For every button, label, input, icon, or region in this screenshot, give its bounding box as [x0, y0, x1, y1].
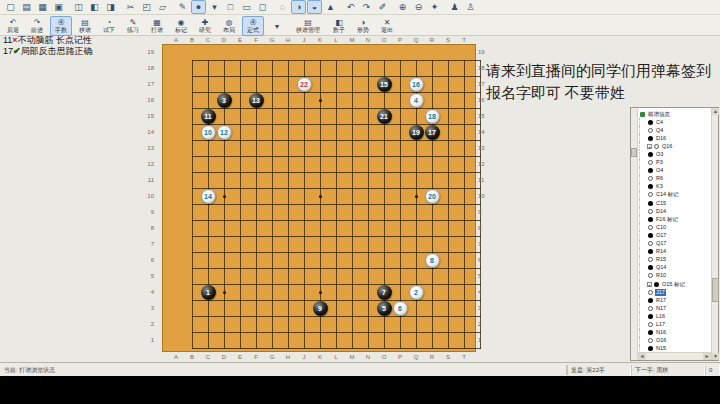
- tree-move-item[interactable]: R14: [639, 248, 710, 256]
- top-coordinate-label: B: [187, 37, 197, 43]
- scroll-up-icon[interactable]: ▲: [712, 108, 719, 115]
- tree-move-item[interactable]: R6: [639, 175, 710, 183]
- scroll-right-icon[interactable]: ►: [703, 353, 711, 360]
- right-coordinate-label: 5: [478, 273, 486, 279]
- save-board-icon[interactable]: ◨: [103, 0, 118, 14]
- tree-item-label: C4: [655, 119, 664, 126]
- tree-move-item[interactable]: L17: [639, 320, 710, 328]
- cut-icon[interactable]: ✂: [123, 0, 138, 14]
- game-record-button[interactable]: ▤棋谱: [74, 16, 96, 36]
- tree-item-label: Q16: [661, 143, 673, 150]
- new-file-icon[interactable]: ▢: [3, 0, 18, 14]
- try-move-button-icon: ◔: [107, 18, 112, 27]
- bottom-coordinate-label: Q: [411, 354, 421, 360]
- move-numbers-button[interactable]: ④手数: [50, 16, 72, 36]
- star-mark-icon[interactable]: ✦: [427, 0, 442, 14]
- right-coordinate-label: 10: [478, 193, 486, 199]
- bottom-coordinate-label: B: [187, 354, 197, 360]
- tree-item-label: Q14: [655, 264, 667, 271]
- mark-button-label: 标记: [175, 27, 187, 34]
- exit-button-icon: ✕: [384, 18, 391, 27]
- tree-move-item[interactable]: D16: [639, 134, 710, 142]
- tree-move-item[interactable]: K3: [639, 183, 710, 191]
- main-toolbar: ▢▤▦▣◫◧◨✂◰▱✎●▾□▭◻◌◑◒▲↶↷✐⊕⊖✦♟♙: [0, 0, 720, 15]
- status-move-cell: 复盘: 第22手: [567, 365, 631, 375]
- tree-indent: [639, 304, 647, 312]
- black-stone-icon: [648, 233, 653, 238]
- bottom-coordinate-label: P: [395, 354, 405, 360]
- top-coordinate-label: J: [299, 37, 309, 43]
- tree-item-label: R6: [655, 175, 664, 182]
- right-coordinate-label: 16: [478, 97, 486, 103]
- message-line-2: 报名字即可 不要带姓: [486, 82, 718, 104]
- vertical-scroll-thumb[interactable]: [712, 278, 719, 302]
- scroll-left-icon[interactable]: ◄: [638, 353, 646, 360]
- step-back-button-icon: ↶: [10, 18, 17, 27]
- estimate-button-label: 形势: [357, 27, 369, 34]
- left-coordinate-label: 1: [146, 337, 154, 343]
- bottom-coordinate-label: H: [283, 354, 293, 360]
- tree-indent: [639, 175, 647, 183]
- print-icon[interactable]: ▣: [51, 0, 66, 14]
- black-stone-F16[interactable]: 13: [249, 93, 264, 108]
- top-coordinate-label: K: [315, 37, 325, 43]
- right-coordinate-label: 17: [478, 81, 486, 87]
- horizontal-scrollbar[interactable]: ◄ ►: [638, 352, 711, 360]
- opening-button[interactable]: ◍布局: [218, 16, 240, 36]
- star-point: [415, 195, 418, 198]
- tree-indent: [639, 288, 647, 296]
- tree-move-item[interactable]: Q17: [639, 240, 710, 248]
- stone-tool-icon[interactable]: ●: [191, 0, 206, 14]
- white-stone-icon: [648, 128, 653, 133]
- left-coordinate-label: 7: [146, 241, 154, 247]
- white-stone-icon: [648, 241, 653, 246]
- right-coordinate-label: 11: [478, 177, 486, 183]
- white-stone-D14[interactable]: 12: [217, 125, 232, 140]
- tree-move-item[interactable]: C15: [639, 199, 710, 207]
- teacher-annotations: 11×不动脑筋 长点记性 17✔局部反击思路正确: [3, 35, 158, 57]
- replay-button-icon: ▦: [153, 18, 161, 27]
- annotation-text: 不动脑筋 长点记性: [18, 35, 93, 45]
- vertical-scrollbar[interactable]: ▲ ▼: [711, 108, 718, 360]
- white-stone-icon: [648, 225, 653, 230]
- count-button-icon: ◧: [335, 18, 343, 27]
- tree-move-item[interactable]: O3: [639, 150, 710, 158]
- left-coordinate-label: 6: [146, 257, 154, 263]
- bottom-coordinate-label: T: [459, 354, 469, 360]
- tree-indent: [639, 199, 647, 207]
- record-manager-button[interactable]: ▤棋谱管理: [290, 16, 326, 36]
- white-stone-icon: [648, 209, 653, 214]
- tree-indent: [639, 142, 647, 150]
- bottom-coordinate-label: O: [379, 354, 389, 360]
- board-grid: [192, 60, 481, 349]
- expand-icon[interactable]: +: [647, 144, 652, 149]
- panel-splitter[interactable]: [631, 108, 638, 360]
- tree-item-label: J17: [655, 289, 666, 296]
- top-coordinate-label: G: [267, 37, 277, 43]
- left-coordinate-label: 10: [146, 193, 154, 199]
- tree-indent: [639, 207, 647, 215]
- tree-item-label: C14 标记: [655, 191, 680, 198]
- top-coordinate-label: A: [171, 37, 181, 43]
- left-coordinate-label: 5: [146, 273, 154, 279]
- bottom-coordinate-label: E: [235, 354, 245, 360]
- scroll-down-icon[interactable]: ▼: [712, 353, 719, 360]
- tree-indent: [639, 126, 647, 134]
- left-coordinate-label: 11: [146, 177, 154, 183]
- tree-indent: [639, 183, 647, 191]
- tree-item-label: R14: [655, 248, 667, 255]
- black-stone-icon: [654, 282, 659, 287]
- white-stone-R6[interactable]: 8: [425, 253, 440, 268]
- game-record-button-label: 棋谱: [79, 27, 91, 34]
- tree-move-item[interactable]: L16: [639, 312, 710, 320]
- bottom-coordinate-label: C: [203, 354, 213, 360]
- practice-button-label: 练习: [127, 27, 139, 34]
- status-next-cell: 下一手: 黑棋: [631, 365, 705, 375]
- black-stone-D16[interactable]: 3: [217, 93, 232, 108]
- tree-move-item[interactable]: Q4: [639, 126, 710, 134]
- more-dropdown-button-icon: ▾: [275, 22, 279, 31]
- tree-indent: [639, 118, 647, 126]
- white-stone-Q16[interactable]: 4: [409, 93, 424, 108]
- tree-indent: [639, 223, 647, 231]
- swap-color-icon[interactable]: ◑: [291, 0, 306, 14]
- tree-item-label: F16 标记: [655, 216, 679, 223]
- move-numbers-button-label: 手数: [55, 27, 67, 34]
- try-move-button-label: 试下: [103, 27, 115, 34]
- tree-move-item[interactable]: N17: [639, 304, 710, 312]
- star-point: [223, 195, 226, 198]
- practice-button[interactable]: ✎练习: [122, 16, 144, 36]
- black-stone-icon: [648, 346, 653, 351]
- top-coordinate-label: C: [203, 37, 213, 43]
- tree-indent: [639, 320, 647, 328]
- tree-item-label: Q4: [655, 127, 664, 134]
- tree-indent: [639, 345, 647, 351]
- opening-button-label: 布局: [223, 27, 235, 34]
- tree-item-label: L16: [655, 313, 666, 320]
- study-button-icon: ✚: [202, 18, 209, 27]
- copy-icon[interactable]: ◰: [139, 0, 154, 14]
- tree-move-item[interactable]: C10: [639, 223, 710, 231]
- tree-item-label: O17: [655, 232, 667, 239]
- joseki-button-icon: ④: [249, 18, 256, 27]
- tree-move-item[interactable]: +Q16: [639, 142, 710, 150]
- tree-item-label: O15 标记: [661, 281, 686, 288]
- open-file-icon[interactable]: ▤: [19, 0, 34, 14]
- black-stone-icon: [648, 184, 653, 189]
- top-coordinate-label: D: [219, 37, 229, 43]
- bottom-coordinate-label: F: [251, 354, 261, 360]
- tree-item-label: 棋谱信息: [647, 111, 671, 118]
- pen-icon[interactable]: ✐: [375, 0, 390, 14]
- annotation-line-1: 11×不动脑筋 长点记性: [3, 35, 158, 46]
- tree-item-label: O16: [655, 337, 667, 344]
- black-stone-icon: [648, 314, 653, 319]
- top-coordinate-label: M: [347, 37, 357, 43]
- bottom-coordinate-label: R: [427, 354, 437, 360]
- tree-item-label: R17: [655, 297, 667, 304]
- tree-item-label: L17: [655, 321, 666, 328]
- white-stone-C14[interactable]: 10: [201, 125, 216, 140]
- black-stone-R14[interactable]: 17: [425, 125, 440, 140]
- move-numbers-button-icon: ④: [57, 18, 64, 27]
- tree-item-label: D14: [655, 208, 667, 215]
- go-board[interactable]: AABBCCDDEEFFGGHHJJKKLLMMNNOOPPQQRRSSTT11…: [146, 36, 486, 362]
- study-button[interactable]: ✚研究: [194, 16, 216, 36]
- left-coordinate-label: 3: [146, 305, 154, 311]
- tree-move-item[interactable]: Q14: [639, 264, 710, 272]
- right-coordinate-label: 4: [478, 289, 486, 295]
- white-stone-icon: [648, 306, 653, 311]
- tree-move-item[interactable]: C4: [639, 118, 710, 126]
- white-stone-icon: [654, 144, 659, 149]
- tree-indent: [639, 215, 647, 223]
- mark-button[interactable]: ◉标记: [170, 16, 192, 36]
- tree-move-item[interactable]: F16 标记: [639, 215, 710, 223]
- bottom-coordinate-label: G: [267, 354, 277, 360]
- joseki-button-label: 定式: [247, 27, 259, 34]
- left-coordinate-label: 18: [146, 65, 154, 71]
- count-button-label: 数子: [333, 27, 345, 34]
- practice-button-icon: ✎: [130, 18, 137, 27]
- right-coordinate-label: 12: [478, 161, 486, 167]
- left-coordinate-label: 12: [146, 161, 154, 167]
- tree-move-item[interactable]: D14: [639, 207, 710, 215]
- tree-move-item[interactable]: C14 标记: [639, 191, 710, 199]
- top-coordinate-label: S: [443, 37, 453, 43]
- white-stone-icon: [648, 257, 653, 262]
- top-coordinate-label: H: [283, 37, 293, 43]
- flip-stone-icon[interactable]: ◒: [307, 0, 322, 14]
- lecture-message: 请来到直播间的同学们用弹幕签到 报名字即可 不要带姓: [486, 60, 718, 104]
- annotation-move-number: 17: [3, 46, 13, 56]
- redo-icon[interactable]: ↷: [359, 0, 374, 14]
- tree-indent: [639, 159, 647, 167]
- open-board-icon[interactable]: ◧: [87, 0, 102, 14]
- root-node-icon: [640, 112, 645, 117]
- white-stone-icon: [648, 338, 653, 343]
- replay-button-label: 打谱: [151, 27, 163, 34]
- black-stone-icon: [648, 201, 653, 206]
- bottom-coordinate-label: M: [347, 354, 357, 360]
- tree-item-label: O4: [655, 167, 664, 174]
- black-stone-icon: [648, 152, 653, 157]
- right-coordinate-label: 3: [478, 305, 486, 311]
- black-stone-Q14[interactable]: 19: [409, 125, 424, 140]
- try-move-button[interactable]: ◔试下: [98, 16, 120, 36]
- record-manager-button-label: 棋谱管理: [296, 27, 320, 34]
- black-stone-icon: [648, 217, 653, 222]
- mark-button-icon: ◉: [178, 18, 185, 27]
- annotation-move-number: 11: [3, 35, 12, 45]
- left-coordinate-label: 4: [146, 289, 154, 295]
- top-coordinate-label: E: [235, 37, 245, 43]
- annotation-text: 局部反击思路正确: [21, 46, 93, 56]
- tree-indent: [639, 248, 647, 256]
- step-back-button-label: 后退: [7, 27, 19, 34]
- black-stone-O17[interactable]: 15: [377, 77, 392, 92]
- tree-move-item[interactable]: N16: [639, 329, 710, 337]
- white-stone-J17[interactable]: 22: [297, 77, 312, 92]
- remove-stone-icon[interactable]: ⊖: [411, 0, 426, 14]
- white-stone-P3[interactable]: 6: [393, 301, 408, 316]
- tree-item-label: R10: [655, 272, 667, 279]
- right-coordinate-label: 18: [478, 65, 486, 71]
- circle-mark-icon[interactable]: ◌: [275, 0, 290, 14]
- right-coordinate-label: 9: [478, 209, 486, 215]
- white-stone-Q4[interactable]: 2: [409, 285, 424, 300]
- tree-indent: [639, 150, 647, 158]
- check-mark-icon: ✔: [13, 46, 21, 56]
- estimate-button[interactable]: ◑形势: [352, 16, 374, 36]
- tree-item-label: P3: [655, 159, 664, 166]
- bottom-black-band: [0, 376, 720, 404]
- white-stone-R15[interactable]: 18: [425, 109, 440, 124]
- splitter-thumb[interactable]: [631, 148, 637, 157]
- zone-icon[interactable]: ◻: [255, 0, 270, 14]
- joseki-button[interactable]: ④定式: [242, 16, 264, 36]
- top-coordinate-label: F: [251, 37, 261, 43]
- right-coordinate-label: 1: [478, 337, 486, 343]
- top-coordinate-label: R: [427, 37, 437, 43]
- tree-move-item[interactable]: O17: [639, 231, 710, 239]
- tree-indent: [639, 191, 647, 199]
- paste-icon[interactable]: ▱: [155, 0, 170, 14]
- star-point: [319, 99, 322, 102]
- white-stone-R10[interactable]: 20: [425, 189, 440, 204]
- white-stone-icon: [648, 176, 653, 181]
- bottom-coordinate-label: L: [331, 354, 341, 360]
- top-coordinate-label: N: [363, 37, 373, 43]
- left-coordinate-label: 14: [146, 129, 154, 135]
- expand-icon[interactable]: +: [647, 282, 652, 287]
- count-button[interactable]: ◧数子: [328, 16, 350, 36]
- tree-indent: [639, 280, 647, 288]
- tree-indent: [639, 167, 647, 175]
- tree-indent: [639, 337, 647, 345]
- step-back-button[interactable]: ↶后退: [2, 16, 24, 36]
- study-button-label: 研究: [199, 27, 211, 34]
- new-board-icon[interactable]: ◫: [71, 0, 86, 14]
- top-coordinate-label: L: [331, 37, 341, 43]
- black-stone-O15[interactable]: 21: [377, 109, 392, 124]
- step-forward-button-label: 前进: [31, 27, 43, 34]
- tree-item-label: Q17: [655, 240, 667, 247]
- undo-icon[interactable]: ↶: [343, 0, 358, 14]
- status-message: 当前: 打谱浏览状态: [0, 365, 567, 375]
- tree-move-item[interactable]: P3: [639, 159, 710, 167]
- star-point: [319, 291, 322, 294]
- white-stone-icon: [648, 322, 653, 327]
- black-stone-O3[interactable]: 5: [377, 301, 392, 316]
- top-coordinate-label: P: [395, 37, 405, 43]
- white-stone-Q17[interactable]: 16: [409, 77, 424, 92]
- bottom-coordinate-label: A: [171, 354, 181, 360]
- tree-indent: [639, 264, 647, 272]
- more-dropdown-button[interactable]: ▾: [266, 16, 288, 36]
- tree-move-item[interactable]: R10: [639, 272, 710, 280]
- left-coordinate-label: 16: [146, 97, 154, 103]
- status-count-cell: 0: [705, 365, 720, 375]
- message-line-1: 请来到直播间的同学们用弹幕签到: [486, 60, 718, 82]
- black-stone-icon: [648, 249, 653, 254]
- black-stone-K3[interactable]: 9: [313, 301, 328, 316]
- tree-move-item[interactable]: +O15 标记: [639, 280, 710, 288]
- move-tree-panel: 棋谱信息C4Q4D16+Q16O3P3O4R6K3C14 标记C15D14F16…: [630, 107, 719, 361]
- tree-item-label: N16: [655, 329, 667, 336]
- left-coordinate-label: 15: [146, 113, 154, 119]
- problem-black-icon[interactable]: ♟: [447, 0, 462, 14]
- tree-move-item[interactable]: R17: [639, 296, 710, 304]
- right-coordinate-label: 19: [478, 49, 486, 55]
- black-stone-C15[interactable]: 11: [201, 109, 216, 124]
- white-stone-icon: [648, 160, 653, 165]
- tree-item-label: N17: [655, 305, 667, 312]
- tree-move-item[interactable]: O16: [639, 337, 710, 345]
- labeled-toolbar: ↶后退↷前进④手数▤棋谱◔试下✎练习▦打谱◉标记✚研究◍布局④定式▾▤棋谱管理◧…: [0, 15, 720, 36]
- white-stone-C10[interactable]: 14: [201, 189, 216, 204]
- black-stone-icon: [648, 168, 653, 173]
- white-stone-icon: [648, 192, 653, 197]
- step-forward-button[interactable]: ↷前进: [26, 16, 48, 36]
- top-coordinate-label: O: [379, 37, 389, 43]
- stone-dropdown-icon[interactable]: ▾: [207, 0, 222, 14]
- tree-indent: [639, 272, 647, 280]
- triangle-mark-icon[interactable]: ▲: [323, 0, 338, 14]
- game-record-button-icon: ▤: [81, 18, 89, 27]
- tree-move-item[interactable]: R15: [639, 256, 710, 264]
- black-stone-C4[interactable]: 1: [201, 285, 216, 300]
- black-stone-O4[interactable]: 7: [377, 285, 392, 300]
- tree-move-item[interactable]: O4: [639, 167, 710, 175]
- black-stone-icon: [648, 120, 653, 125]
- tree-move-item[interactable]: N15: [639, 345, 710, 351]
- top-coordinate-label: Q: [411, 37, 421, 43]
- black-stone-icon: [648, 330, 653, 335]
- right-coordinate-label: 7: [478, 241, 486, 247]
- opening-button-icon: ◍: [226, 18, 233, 27]
- edit-icon[interactable]: ✎: [175, 0, 190, 14]
- tree-item-label: N15: [655, 345, 667, 351]
- tree-item-label: D16: [655, 135, 667, 142]
- right-coordinate-label: 6: [478, 257, 486, 263]
- rect-mark-icon[interactable]: ▭: [239, 0, 254, 14]
- tree-root-item[interactable]: 棋谱信息: [639, 110, 710, 118]
- star-point: [223, 291, 226, 294]
- add-stone-icon[interactable]: ⊕: [395, 0, 410, 14]
- top-coordinate-label: T: [459, 37, 469, 43]
- tree-move-item[interactable]: J17: [639, 288, 710, 296]
- right-coordinate-label: 8: [478, 225, 486, 231]
- white-stone-icon: [648, 273, 653, 278]
- exit-button[interactable]: ✕退出: [376, 16, 398, 36]
- right-coordinate-label: 13: [478, 145, 486, 151]
- black-stone-icon: [648, 136, 653, 141]
- tree-item-label: K3: [655, 183, 664, 190]
- replay-button[interactable]: ▦打谱: [146, 16, 168, 36]
- tree-indent: [639, 329, 647, 337]
- problem-white-icon[interactable]: ♙: [463, 0, 478, 14]
- bottom-coordinate-label: J: [299, 354, 309, 360]
- white-stone-icon: [648, 290, 653, 295]
- frame-icon[interactable]: □: [223, 0, 238, 14]
- save-icon[interactable]: ▦: [35, 0, 50, 14]
- left-coordinate-label: 17: [146, 81, 154, 87]
